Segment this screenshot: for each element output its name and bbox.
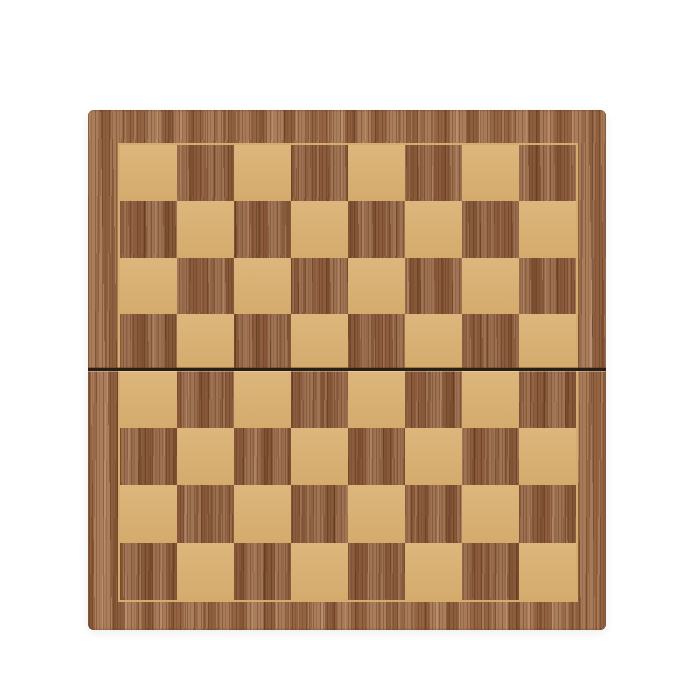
square-c1 <box>234 543 291 601</box>
square-b3 <box>177 428 234 486</box>
square-e1 <box>348 543 405 601</box>
square-c5 <box>234 314 291 370</box>
square-c3 <box>234 428 291 486</box>
square-h6 <box>519 258 576 314</box>
square-a5 <box>120 314 177 370</box>
square-f3 <box>405 428 462 486</box>
square-a6 <box>120 258 177 314</box>
square-g4 <box>462 370 519 428</box>
square-a2 <box>120 485 177 543</box>
square-d3 <box>291 428 348 486</box>
square-a3 <box>120 428 177 486</box>
square-d5 <box>291 314 348 370</box>
square-e7 <box>348 201 405 257</box>
square-g1 <box>462 543 519 601</box>
square-g7 <box>462 201 519 257</box>
square-c8 <box>234 145 291 201</box>
square-a7 <box>120 201 177 257</box>
square-h4 <box>519 370 576 428</box>
square-a4 <box>120 370 177 428</box>
square-b6 <box>177 258 234 314</box>
square-h2 <box>519 485 576 543</box>
square-d1 <box>291 543 348 601</box>
photo-background <box>0 0 700 700</box>
square-e6 <box>348 258 405 314</box>
square-f6 <box>405 258 462 314</box>
square-h7 <box>519 201 576 257</box>
square-g8 <box>462 145 519 201</box>
square-c4 <box>234 370 291 428</box>
square-g6 <box>462 258 519 314</box>
square-f7 <box>405 201 462 257</box>
square-f5 <box>405 314 462 370</box>
square-h1 <box>519 543 576 601</box>
square-b2 <box>177 485 234 543</box>
square-c7 <box>234 201 291 257</box>
square-e5 <box>348 314 405 370</box>
square-b1 <box>177 543 234 601</box>
square-a8 <box>120 145 177 201</box>
playing-area <box>118 143 578 602</box>
square-h5 <box>519 314 576 370</box>
square-g3 <box>462 428 519 486</box>
square-b8 <box>177 145 234 201</box>
square-d4 <box>291 370 348 428</box>
square-h3 <box>519 428 576 486</box>
square-b5 <box>177 314 234 370</box>
square-g2 <box>462 485 519 543</box>
square-h8 <box>519 145 576 201</box>
square-d7 <box>291 201 348 257</box>
square-c6 <box>234 258 291 314</box>
square-f4 <box>405 370 462 428</box>
square-c2 <box>234 485 291 543</box>
square-f2 <box>405 485 462 543</box>
square-b4 <box>177 370 234 428</box>
hinge-seam <box>88 367 606 372</box>
square-d8 <box>291 145 348 201</box>
square-g5 <box>462 314 519 370</box>
square-e3 <box>348 428 405 486</box>
square-e2 <box>348 485 405 543</box>
square-d2 <box>291 485 348 543</box>
square-b7 <box>177 201 234 257</box>
square-f8 <box>405 145 462 201</box>
square-a1 <box>120 543 177 601</box>
square-e4 <box>348 370 405 428</box>
chessboard <box>88 110 606 630</box>
square-f1 <box>405 543 462 601</box>
square-d6 <box>291 258 348 314</box>
square-e8 <box>348 145 405 201</box>
